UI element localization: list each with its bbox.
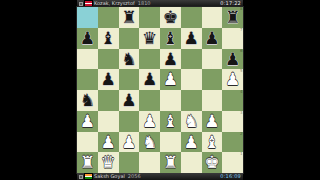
square-b7[interactable]: ♝ [98,28,119,49]
square-h1[interactable]: 1 [222,152,243,173]
player-clock-bottom: 0:16:09 [220,173,241,180]
square-g3[interactable]: ♟ [202,111,223,132]
austria-flag [85,1,92,6]
square-a4[interactable]: ♞ [77,90,98,111]
piece-white-pawn-f2: ♟ [184,132,199,153]
rank-label-5: 5 [240,69,243,73]
square-f6[interactable] [181,49,202,70]
square-c3[interactable] [119,111,140,132]
piece-black-pawn-g7: ♟ [204,28,219,49]
piece-white-pawn-h5: ♟ [225,69,240,90]
square-h4[interactable]: 4 [222,90,243,111]
square-a3[interactable]: ♟ [77,111,98,132]
square-e2[interactable] [160,132,181,153]
square-b5[interactable]: ♟ [98,69,119,90]
square-g2[interactable]: ♝ [202,132,223,153]
square-d7[interactable]: ♛ [139,28,160,49]
piece-white-queen-b1: ♛ [101,152,116,173]
rank-label-4: 4 [240,90,243,94]
player-name-top: Kozak, Krzysztof [94,0,135,7]
square-d1[interactable] [139,152,160,173]
piece-black-knight-c6: ♞ [121,49,136,70]
square-g1[interactable]: ♚ [202,152,223,173]
piece-black-bishop-e7: ♝ [163,28,178,49]
piece-white-pawn-e5: ♟ [163,69,178,90]
piece-black-rook-c8: ♜ [121,7,136,28]
piece-black-pawn-c4: ♟ [121,90,136,111]
piece-white-knight-f3: ♞ [184,111,199,132]
square-d2[interactable]: ♞ [139,132,160,153]
square-c5[interactable] [119,69,140,90]
rank-label-2: 2 [240,132,243,136]
board-icon [79,2,83,6]
square-e1[interactable]: ♜ [160,152,181,173]
square-h2[interactable]: 2 [222,132,243,153]
square-e5[interactable]: ♟ [160,69,181,90]
square-f2[interactable]: ♟ [181,132,202,153]
piece-white-pawn-b2: ♟ [101,132,116,153]
square-c8[interactable]: ♜ [119,7,140,28]
piece-white-pawn-c2: ♟ [121,132,136,153]
square-b1[interactable]: ♛ [98,152,119,173]
square-h6[interactable]: ♟6 [222,49,243,70]
piece-black-rook-h8: ♜ [225,7,240,28]
square-f5[interactable] [181,69,202,90]
square-a8[interactable] [77,7,98,28]
square-f7[interactable]: ♟ [181,28,202,49]
square-b6[interactable] [98,49,119,70]
piece-black-pawn-a7: ♟ [80,28,95,49]
piece-black-bishop-b7: ♝ [101,28,116,49]
square-d3[interactable]: ♟ [139,111,160,132]
square-h7[interactable]: 7 [222,28,243,49]
rank-label-1: 1 [240,152,243,156]
square-c2[interactable]: ♟ [119,132,140,153]
square-f3[interactable]: ♞ [181,111,202,132]
player-name-bottom: Saksh Goyal [94,173,125,180]
piece-white-knight-d2: ♞ [142,132,157,153]
square-d5[interactable]: ♟ [139,69,160,90]
square-g6[interactable] [202,49,223,70]
piece-black-pawn-d5: ♟ [142,69,157,90]
piece-black-queen-d7: ♛ [142,28,157,49]
board-icon [79,175,83,179]
player-clock-top: 0:17:22 [220,0,241,7]
square-g5[interactable] [202,69,223,90]
square-h5[interactable]: ♟5 [222,69,243,90]
player-rating-bottom: 2056 [128,173,141,180]
square-g7[interactable]: ♟ [202,28,223,49]
rank-label-6: 6 [240,49,243,53]
pillarbox-right [243,0,320,180]
square-h8[interactable]: ♜8 [222,7,243,28]
rank-label-8: 8 [240,7,243,11]
square-e7[interactable]: ♝ [160,28,181,49]
square-b8[interactable] [98,7,119,28]
square-a7[interactable]: ♟ [77,28,98,49]
square-b2[interactable]: ♟ [98,132,119,153]
square-f8[interactable] [181,7,202,28]
square-a6[interactable] [77,49,98,70]
square-e4[interactable] [160,90,181,111]
pillarbox-left [0,0,77,180]
player-bar-bottom: Saksh Goyal 2056 0:16:09 [77,173,243,180]
piece-white-pawn-a3: ♟ [80,111,95,132]
piece-black-pawn-e6: ♟ [163,49,178,70]
square-d4[interactable] [139,90,160,111]
piece-black-pawn-f7: ♟ [184,28,199,49]
square-f1[interactable] [181,152,202,173]
square-f4[interactable] [181,90,202,111]
square-b3[interactable] [98,111,119,132]
square-d6[interactable] [139,49,160,70]
square-e6[interactable]: ♟ [160,49,181,70]
piece-white-king-g1: ♚ [204,152,219,173]
piece-white-bishop-g2: ♝ [204,132,219,153]
piece-white-rook-a1: ♜ [80,152,95,173]
square-g4[interactable] [202,90,223,111]
piece-white-rook-e1: ♜ [163,152,178,173]
india-flag [85,174,92,179]
piece-black-pawn-h6: ♟ [225,49,240,70]
square-g8[interactable] [202,7,223,28]
square-c1[interactable] [119,152,140,173]
piece-white-bishop-e3: ♝ [163,111,178,132]
square-a5[interactable] [77,69,98,90]
piece-white-pawn-g3: ♟ [204,111,219,132]
square-c6[interactable]: ♞ [119,49,140,70]
player-bar-top: Kozak, Krzysztof 1810 0:17:22 [77,0,243,7]
square-d8[interactable] [139,7,160,28]
piece-black-knight-a4: ♞ [80,90,95,111]
piece-black-pawn-b5: ♟ [101,69,116,90]
square-c7[interactable] [119,28,140,49]
square-a2[interactable] [77,132,98,153]
square-e8[interactable]: ♚ [160,7,181,28]
square-a1[interactable]: ♜ [77,152,98,173]
rank-label-3: 3 [240,111,243,115]
chess-board[interactable]: ♜♚♜8♟♝♛♝♟♟7♞♟♟6♟♟♟♟5♞♟4♟♟♝♞♟3♟♟♞♟♝2♜♛♜♚1 [77,7,243,173]
square-h3[interactable]: 3 [222,111,243,132]
piece-black-king-e8: ♚ [163,7,178,28]
piece-white-pawn-d3: ♟ [142,111,157,132]
square-e3[interactable]: ♝ [160,111,181,132]
rank-label-7: 7 [240,28,243,32]
player-rating-top: 1810 [138,0,151,7]
square-c4[interactable]: ♟ [119,90,140,111]
square-b4[interactable] [98,90,119,111]
